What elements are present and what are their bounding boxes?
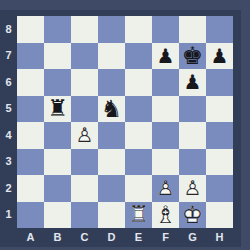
square-h1[interactable] xyxy=(206,202,233,229)
square-g4[interactable] xyxy=(179,122,206,149)
square-c5[interactable] xyxy=(71,96,98,123)
square-g5[interactable] xyxy=(179,96,206,123)
piece-black-pawn[interactable]: ♟ xyxy=(157,46,175,66)
square-d6[interactable] xyxy=(98,69,125,96)
square-e3[interactable] xyxy=(125,149,152,176)
square-c6[interactable] xyxy=(71,69,98,96)
piece-glyph: ♟ xyxy=(157,46,175,66)
file-labels: ABCDEFGH xyxy=(17,228,233,247)
square-b4[interactable] xyxy=(44,122,71,149)
piece-glyph: ♞ xyxy=(101,97,123,121)
piece-outline: ♙ xyxy=(76,125,94,145)
square-a7[interactable] xyxy=(17,43,44,70)
square-e8[interactable] xyxy=(125,16,152,43)
square-f5[interactable] xyxy=(152,96,179,123)
piece-black-rook[interactable]: ♜ xyxy=(47,97,68,120)
file-label-f: F xyxy=(152,228,179,247)
square-h5[interactable] xyxy=(206,96,233,123)
square-a6[interactable] xyxy=(17,69,44,96)
square-c8[interactable] xyxy=(71,16,98,43)
square-a8[interactable] xyxy=(17,16,44,43)
piece-black-king[interactable]: ♚ xyxy=(182,44,204,68)
square-c1[interactable] xyxy=(71,202,98,229)
piece-glyph: ♟ xyxy=(184,72,202,92)
square-e2[interactable] xyxy=(125,175,152,202)
file-label-d: D xyxy=(98,228,125,247)
square-e4[interactable] xyxy=(125,122,152,149)
piece-white-pawn[interactable]: ♟♙ xyxy=(157,178,175,198)
square-a4[interactable] xyxy=(17,122,44,149)
square-d2[interactable] xyxy=(98,175,125,202)
square-h6[interactable] xyxy=(206,69,233,96)
square-b2[interactable] xyxy=(44,175,71,202)
file-label-b: B xyxy=(44,228,71,247)
piece-glyph: ♚ xyxy=(182,44,204,68)
square-h4[interactable] xyxy=(206,122,233,149)
square-g3[interactable] xyxy=(179,149,206,176)
square-g8[interactable] xyxy=(179,16,206,43)
piece-white-bishop[interactable]: ♝♗ xyxy=(155,203,177,227)
rank-label-4: 4 xyxy=(0,122,17,149)
square-c2[interactable] xyxy=(71,175,98,202)
square-d3[interactable] xyxy=(98,149,125,176)
square-g2[interactable]: ♟♙ xyxy=(179,175,206,202)
square-e5[interactable] xyxy=(125,96,152,123)
square-g6[interactable]: ♟ xyxy=(179,69,206,96)
piece-glyph: ♜ xyxy=(47,97,68,120)
square-g1[interactable]: ♚♔ xyxy=(179,202,206,229)
square-e1[interactable]: ♜♖ xyxy=(125,202,152,229)
square-h8[interactable] xyxy=(206,16,233,43)
square-e7[interactable] xyxy=(125,43,152,70)
square-f1[interactable]: ♝♗ xyxy=(152,202,179,229)
square-a1[interactable] xyxy=(17,202,44,229)
square-g7[interactable]: ♚ xyxy=(179,43,206,70)
square-c4[interactable]: ♟♙ xyxy=(71,122,98,149)
square-f8[interactable] xyxy=(152,16,179,43)
square-h3[interactable] xyxy=(206,149,233,176)
square-f4[interactable] xyxy=(152,122,179,149)
square-e6[interactable] xyxy=(125,69,152,96)
square-b3[interactable] xyxy=(44,149,71,176)
square-a3[interactable] xyxy=(17,149,44,176)
piece-white-king[interactable]: ♚♔ xyxy=(182,203,204,227)
square-f3[interactable] xyxy=(152,149,179,176)
rank-label-5: 5 xyxy=(0,96,17,123)
rank-label-7: 7 xyxy=(0,43,17,70)
square-h7[interactable]: ♟ xyxy=(206,43,233,70)
square-d8[interactable] xyxy=(98,16,125,43)
square-c7[interactable] xyxy=(71,43,98,70)
piece-outline: ♙ xyxy=(157,178,175,198)
rank-label-3: 3 xyxy=(0,149,17,176)
piece-outline: ♔ xyxy=(182,203,204,227)
rank-label-6: 6 xyxy=(0,69,17,96)
piece-white-pawn[interactable]: ♟♙ xyxy=(184,178,202,198)
piece-outline: ♗ xyxy=(155,203,177,227)
square-b7[interactable] xyxy=(44,43,71,70)
chess-diagram: 87654321 ♟♚♟♟♜♞♟♙♟♙♟♙♜♖♝♗♚♔ ABCDEFGH xyxy=(0,0,250,250)
piece-outline: ♙ xyxy=(184,178,202,198)
square-c3[interactable] xyxy=(71,149,98,176)
chess-board: ♟♚♟♟♜♞♟♙♟♙♟♙♜♖♝♗♚♔ xyxy=(17,16,233,228)
piece-black-pawn[interactable]: ♟ xyxy=(211,46,229,66)
piece-white-rook[interactable]: ♜♖ xyxy=(128,203,149,226)
square-d5[interactable]: ♞ xyxy=(98,96,125,123)
square-a5[interactable] xyxy=(17,96,44,123)
square-d7[interactable] xyxy=(98,43,125,70)
rank-labels: 87654321 xyxy=(0,16,17,228)
file-label-g: G xyxy=(179,228,206,247)
piece-outline: ♖ xyxy=(128,203,149,226)
file-label-c: C xyxy=(71,228,98,247)
file-label-a: A xyxy=(17,228,44,247)
file-label-h: H xyxy=(206,228,233,247)
square-f2[interactable]: ♟♙ xyxy=(152,175,179,202)
piece-black-pawn[interactable]: ♟ xyxy=(184,72,202,92)
square-f6[interactable] xyxy=(152,69,179,96)
piece-black-knight[interactable]: ♞ xyxy=(101,97,123,121)
square-b1[interactable] xyxy=(44,202,71,229)
piece-glyph: ♟ xyxy=(211,46,229,66)
file-label-e: E xyxy=(125,228,152,247)
square-b8[interactable] xyxy=(44,16,71,43)
rank-label-2: 2 xyxy=(0,175,17,202)
square-h2[interactable] xyxy=(206,175,233,202)
square-b5[interactable]: ♜ xyxy=(44,96,71,123)
rank-label-8: 8 xyxy=(0,16,17,43)
square-b6[interactable] xyxy=(44,69,71,96)
rank-label-1: 1 xyxy=(0,202,17,229)
square-d4[interactable] xyxy=(98,122,125,149)
square-d1[interactable] xyxy=(98,202,125,229)
square-a2[interactable] xyxy=(17,175,44,202)
square-f7[interactable]: ♟ xyxy=(152,43,179,70)
piece-white-pawn[interactable]: ♟♙ xyxy=(76,125,94,145)
